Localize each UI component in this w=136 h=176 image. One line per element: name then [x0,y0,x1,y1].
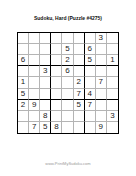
sudoku-cell-r1c7 [85,33,96,44]
sudoku-cell-r4c7 [85,66,96,77]
sudoku-cell-r7c5 [62,100,73,111]
sudoku-cell-r2c4 [51,44,62,55]
sudoku-cell-r9c6 [74,122,85,133]
footer-url: www.PrintMySudoku.com [0,161,136,166]
sudoku-cell-r3c5: 2 [62,55,73,66]
sudoku-cell-r5c8: 7 [96,77,107,88]
sudoku-cell-r2c2 [29,44,40,55]
sudoku-cell-r2c7: 6 [85,44,96,55]
sudoku-cell-r5c3 [40,77,51,88]
sudoku-cell-r8c3: 8 [40,111,51,122]
sudoku-cell-r1c3 [40,33,51,44]
sudoku-cell-r8c9: 3 [107,111,118,122]
sudoku-cell-r7c2: 9 [29,100,40,111]
sudoku-cell-r2c3 [40,44,51,55]
sudoku-cell-r6c1: 5 [18,89,29,100]
sudoku-cell-r7c6: 5 [74,100,85,111]
sudoku-cell-r9c7 [85,122,96,133]
sudoku-cell-r3c7: 5 [85,55,96,66]
sudoku-cell-r2c6 [74,44,85,55]
sudoku-cell-r2c8 [96,44,107,55]
sudoku-cell-r1c1 [18,33,29,44]
sudoku-cell-r4c6 [74,66,85,77]
sudoku-grid: 3566251361275742957837589 [17,32,119,134]
sudoku-cell-r4c4 [51,66,62,77]
sudoku-cell-r6c7: 4 [85,89,96,100]
sudoku-cell-r4c2 [29,66,40,77]
sudoku-cell-r3c8 [96,55,107,66]
sudoku-cell-r5c4 [51,77,62,88]
page: Sudoku, Hard (Puzzle #4275) 356625136127… [0,0,136,176]
sudoku-cell-r9c2: 7 [29,122,40,133]
sudoku-cell-r9c5 [62,122,73,133]
sudoku-cell-r7c9 [107,100,118,111]
sudoku-cell-r5c1: 1 [18,77,29,88]
sudoku-cell-r6c4 [51,89,62,100]
sudoku-cell-r1c8: 3 [96,33,107,44]
sudoku-cell-r2c9 [107,44,118,55]
sudoku-cell-r8c2 [29,111,40,122]
sudoku-cell-r6c2 [29,89,40,100]
sudoku-cell-r8c1 [18,111,29,122]
sudoku-cell-r8c4 [51,111,62,122]
sudoku-cell-r8c5 [62,111,73,122]
sudoku-cell-r3c3 [40,55,51,66]
sudoku-cell-r3c4 [51,55,62,66]
sudoku-cell-r2c1 [18,44,29,55]
puzzle-title: Sudoku, Hard (Puzzle #4275) [0,15,136,21]
sudoku-cell-r7c7: 7 [85,100,96,111]
sudoku-cell-r6c5 [62,89,73,100]
sudoku-cell-r7c8 [96,100,107,111]
sudoku-cell-r9c1 [18,122,29,133]
sudoku-cell-r7c4 [51,100,62,111]
sudoku-cell-r3c1: 6 [18,55,29,66]
sudoku-cell-r3c6 [74,55,85,66]
sudoku-cell-r3c2 [29,55,40,66]
sudoku-cell-r7c3 [40,100,51,111]
sudoku-cell-r5c7 [85,77,96,88]
sudoku-cell-r4c5: 6 [62,66,73,77]
sudoku-cell-r1c6 [74,33,85,44]
sudoku-cell-r6c8 [96,89,107,100]
sudoku-cell-r4c9 [107,66,118,77]
sudoku-cell-r8c8 [96,111,107,122]
sudoku-cell-r2c5: 5 [62,44,73,55]
sudoku-cell-r5c2 [29,77,40,88]
sudoku-cell-r5c9 [107,77,118,88]
sudoku-cell-r4c8 [96,66,107,77]
sudoku-cell-r5c6: 2 [74,77,85,88]
sudoku-cell-r1c4 [51,33,62,44]
sudoku-cell-r7c1: 2 [18,100,29,111]
sudoku-cell-r6c3 [40,89,51,100]
sudoku-cell-r4c3: 3 [40,66,51,77]
sudoku-cell-r9c9 [107,122,118,133]
sudoku-cell-r9c4: 8 [51,122,62,133]
sudoku-cell-r1c9 [107,33,118,44]
sudoku-cell-r5c5 [62,77,73,88]
sudoku-cell-r6c6: 7 [74,89,85,100]
sudoku-cell-r4c1 [18,66,29,77]
sudoku-cell-r1c2 [29,33,40,44]
sudoku-cell-r8c6 [74,111,85,122]
sudoku-cell-r6c9 [107,89,118,100]
sudoku-cell-r8c7 [85,111,96,122]
sudoku-cell-r1c5 [62,33,73,44]
sudoku-cell-r9c3: 5 [40,122,51,133]
sudoku-cell-r3c9: 1 [107,55,118,66]
sudoku-cell-r9c8: 9 [96,122,107,133]
